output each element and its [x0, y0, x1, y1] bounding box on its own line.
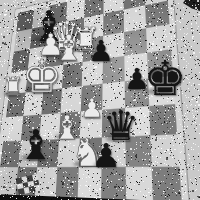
square-e6: [83, 36, 104, 62]
square-h4: [148, 76, 175, 106]
square-g3: [125, 106, 150, 136]
square-c3: [39, 113, 60, 140]
marker-cell: [34, 185, 41, 192]
square-f4: [102, 81, 125, 110]
square-f5: [103, 56, 125, 84]
square-g5: [124, 53, 148, 82]
square-e3: [80, 110, 102, 139]
chessboard-photo: ♝♛♜♟♝♟♟♚♚♜♟♝♛♝♞♟: [0, 0, 200, 200]
square-h1: [152, 167, 182, 200]
square-h2: [150, 134, 179, 167]
square-h5: [147, 49, 173, 78]
chess-board: [0, 0, 190, 200]
square-c4: [41, 88, 62, 114]
square-e2: [79, 137, 102, 167]
square-b2: [18, 140, 39, 167]
square-g6: [124, 28, 147, 56]
square-b6: [28, 46, 47, 70]
square-e4: [81, 84, 103, 112]
square-e5: [82, 59, 103, 86]
square-h6: [146, 24, 171, 53]
square-g2: [125, 135, 151, 166]
square-c2: [37, 139, 59, 167]
background-object: [183, 0, 200, 11]
square-d6: [63, 39, 83, 65]
square-d2: [57, 138, 79, 167]
square-h3: [149, 104, 177, 135]
square-c5: [43, 65, 63, 91]
square-g4: [125, 79, 150, 108]
square-g1: [126, 167, 153, 200]
square-f3: [102, 108, 125, 137]
board-grid: [0, 0, 182, 200]
square-f2: [102, 137, 126, 167]
square-f6: [103, 32, 124, 59]
square-d1: [56, 167, 79, 197]
square-f1: [101, 167, 126, 199]
square-b5: [26, 68, 46, 93]
square-d4: [61, 86, 82, 113]
square-d5: [62, 62, 83, 88]
square-c6: [45, 43, 65, 68]
square-b3: [21, 115, 42, 141]
square-b4: [23, 90, 43, 116]
square-d3: [59, 111, 81, 139]
square-e1: [78, 167, 102, 198]
